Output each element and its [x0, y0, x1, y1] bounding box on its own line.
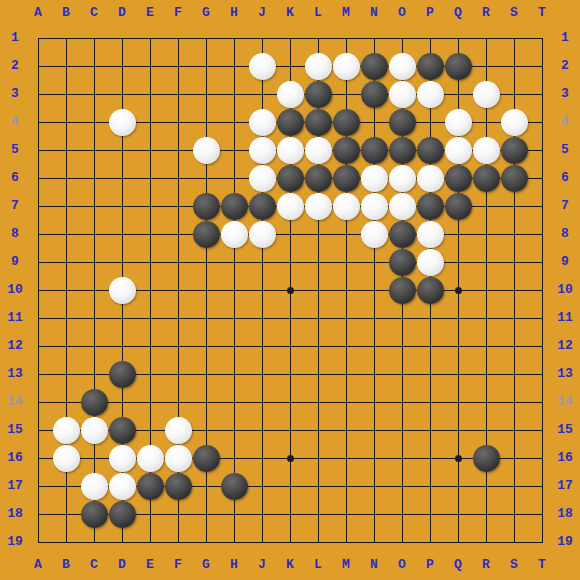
intersection-N9[interactable]	[360, 248, 388, 276]
intersection-N14[interactable]	[360, 388, 388, 416]
intersection-E4[interactable]	[136, 108, 164, 136]
intersection-C14[interactable]	[80, 388, 108, 416]
intersection-T8[interactable]	[528, 220, 556, 248]
intersection-T1[interactable]	[528, 24, 556, 52]
intersection-A18[interactable]	[24, 500, 52, 528]
intersection-F19[interactable]	[164, 528, 192, 556]
intersection-Q2[interactable]	[444, 52, 472, 80]
intersection-F11[interactable]	[164, 304, 192, 332]
intersection-D18[interactable]	[108, 500, 136, 528]
intersection-Q15[interactable]	[444, 416, 472, 444]
intersection-T4[interactable]	[528, 108, 556, 136]
intersection-B14[interactable]	[52, 388, 80, 416]
intersection-N13[interactable]	[360, 360, 388, 388]
intersection-H3[interactable]	[220, 80, 248, 108]
intersection-D17[interactable]	[108, 472, 136, 500]
intersection-R18[interactable]	[472, 500, 500, 528]
intersection-F10[interactable]	[164, 276, 192, 304]
intersection-N2[interactable]	[360, 52, 388, 80]
intersection-T5[interactable]	[528, 136, 556, 164]
intersection-R11[interactable]	[472, 304, 500, 332]
intersection-O11[interactable]	[388, 304, 416, 332]
intersection-A19[interactable]	[24, 528, 52, 556]
intersection-A12[interactable]	[24, 332, 52, 360]
intersection-D3[interactable]	[108, 80, 136, 108]
intersection-D13[interactable]	[108, 360, 136, 388]
intersection-K1[interactable]	[276, 24, 304, 52]
intersection-B2[interactable]	[52, 52, 80, 80]
intersection-Q11[interactable]	[444, 304, 472, 332]
intersection-T18[interactable]	[528, 500, 556, 528]
intersection-D19[interactable]	[108, 528, 136, 556]
intersection-N19[interactable]	[360, 528, 388, 556]
intersection-H18[interactable]	[220, 500, 248, 528]
intersection-B4[interactable]	[52, 108, 80, 136]
intersection-M3[interactable]	[332, 80, 360, 108]
intersection-B3[interactable]	[52, 80, 80, 108]
intersection-L5[interactable]	[304, 136, 332, 164]
intersection-E18[interactable]	[136, 500, 164, 528]
intersection-D8[interactable]	[108, 220, 136, 248]
intersection-G17[interactable]	[192, 472, 220, 500]
intersection-C5[interactable]	[80, 136, 108, 164]
intersection-H17[interactable]	[220, 472, 248, 500]
intersection-O10[interactable]	[388, 276, 416, 304]
intersection-G12[interactable]	[192, 332, 220, 360]
intersection-P3[interactable]	[416, 80, 444, 108]
intersection-D9[interactable]	[108, 248, 136, 276]
intersection-M1[interactable]	[332, 24, 360, 52]
intersection-A7[interactable]	[24, 192, 52, 220]
intersection-M5[interactable]	[332, 136, 360, 164]
intersection-M4[interactable]	[332, 108, 360, 136]
intersection-F4[interactable]	[164, 108, 192, 136]
intersection-S12[interactable]	[500, 332, 528, 360]
intersection-O14[interactable]	[388, 388, 416, 416]
intersection-F2[interactable]	[164, 52, 192, 80]
intersection-N8[interactable]	[360, 220, 388, 248]
intersection-E8[interactable]	[136, 220, 164, 248]
intersection-N6[interactable]	[360, 164, 388, 192]
intersection-Q5[interactable]	[444, 136, 472, 164]
intersection-K17[interactable]	[276, 472, 304, 500]
intersection-L10[interactable]	[304, 276, 332, 304]
intersection-K14[interactable]	[276, 388, 304, 416]
intersection-G3[interactable]	[192, 80, 220, 108]
intersection-T2[interactable]	[528, 52, 556, 80]
intersection-C4[interactable]	[80, 108, 108, 136]
intersection-B12[interactable]	[52, 332, 80, 360]
intersection-C19[interactable]	[80, 528, 108, 556]
intersection-J9[interactable]	[248, 248, 276, 276]
intersection-S7[interactable]	[500, 192, 528, 220]
intersection-O16[interactable]	[388, 444, 416, 472]
intersection-B18[interactable]	[52, 500, 80, 528]
intersection-T6[interactable]	[528, 164, 556, 192]
intersection-A17[interactable]	[24, 472, 52, 500]
intersection-S2[interactable]	[500, 52, 528, 80]
intersection-Q6[interactable]	[444, 164, 472, 192]
intersection-P14[interactable]	[416, 388, 444, 416]
intersection-K4[interactable]	[276, 108, 304, 136]
intersection-J7[interactable]	[248, 192, 276, 220]
intersection-Q7[interactable]	[444, 192, 472, 220]
intersection-K8[interactable]	[276, 220, 304, 248]
intersection-N11[interactable]	[360, 304, 388, 332]
intersection-H12[interactable]	[220, 332, 248, 360]
intersection-K16[interactable]	[276, 444, 304, 472]
intersection-F13[interactable]	[164, 360, 192, 388]
intersection-P8[interactable]	[416, 220, 444, 248]
intersection-C7[interactable]	[80, 192, 108, 220]
intersection-M16[interactable]	[332, 444, 360, 472]
intersection-L19[interactable]	[304, 528, 332, 556]
intersection-T15[interactable]	[528, 416, 556, 444]
intersection-O13[interactable]	[388, 360, 416, 388]
intersection-O18[interactable]	[388, 500, 416, 528]
intersection-H6[interactable]	[220, 164, 248, 192]
intersection-C9[interactable]	[80, 248, 108, 276]
intersection-O17[interactable]	[388, 472, 416, 500]
intersection-F6[interactable]	[164, 164, 192, 192]
intersection-N18[interactable]	[360, 500, 388, 528]
intersection-M2[interactable]	[332, 52, 360, 80]
intersection-R2[interactable]	[472, 52, 500, 80]
intersection-G18[interactable]	[192, 500, 220, 528]
intersection-F9[interactable]	[164, 248, 192, 276]
intersection-T3[interactable]	[528, 80, 556, 108]
intersection-O9[interactable]	[388, 248, 416, 276]
intersection-R12[interactable]	[472, 332, 500, 360]
intersection-L7[interactable]	[304, 192, 332, 220]
intersection-R14[interactable]	[472, 388, 500, 416]
intersection-Q9[interactable]	[444, 248, 472, 276]
intersection-D10[interactable]	[108, 276, 136, 304]
intersection-A9[interactable]	[24, 248, 52, 276]
intersection-A1[interactable]	[24, 24, 52, 52]
intersection-F16[interactable]	[164, 444, 192, 472]
intersection-A5[interactable]	[24, 136, 52, 164]
intersection-T11[interactable]	[528, 304, 556, 332]
intersection-N15[interactable]	[360, 416, 388, 444]
intersection-H16[interactable]	[220, 444, 248, 472]
intersection-Q3[interactable]	[444, 80, 472, 108]
intersection-P18[interactable]	[416, 500, 444, 528]
intersection-F3[interactable]	[164, 80, 192, 108]
intersection-F1[interactable]	[164, 24, 192, 52]
intersection-Q13[interactable]	[444, 360, 472, 388]
intersection-M19[interactable]	[332, 528, 360, 556]
intersection-C2[interactable]	[80, 52, 108, 80]
intersection-R6[interactable]	[472, 164, 500, 192]
intersection-S15[interactable]	[500, 416, 528, 444]
intersection-D14[interactable]	[108, 388, 136, 416]
intersection-K13[interactable]	[276, 360, 304, 388]
intersection-J12[interactable]	[248, 332, 276, 360]
intersection-A6[interactable]	[24, 164, 52, 192]
intersection-B17[interactable]	[52, 472, 80, 500]
intersection-J15[interactable]	[248, 416, 276, 444]
intersection-B1[interactable]	[52, 24, 80, 52]
intersection-B6[interactable]	[52, 164, 80, 192]
intersection-H19[interactable]	[220, 528, 248, 556]
intersection-L14[interactable]	[304, 388, 332, 416]
intersection-E19[interactable]	[136, 528, 164, 556]
intersection-M7[interactable]	[332, 192, 360, 220]
intersection-L11[interactable]	[304, 304, 332, 332]
intersection-G13[interactable]	[192, 360, 220, 388]
intersection-P9[interactable]	[416, 248, 444, 276]
intersection-C1[interactable]	[80, 24, 108, 52]
intersection-H9[interactable]	[220, 248, 248, 276]
intersection-E2[interactable]	[136, 52, 164, 80]
intersection-Q14[interactable]	[444, 388, 472, 416]
intersection-A3[interactable]	[24, 80, 52, 108]
intersection-M18[interactable]	[332, 500, 360, 528]
intersection-N16[interactable]	[360, 444, 388, 472]
intersection-S11[interactable]	[500, 304, 528, 332]
intersection-E14[interactable]	[136, 388, 164, 416]
intersection-H10[interactable]	[220, 276, 248, 304]
intersection-R10[interactable]	[472, 276, 500, 304]
intersection-P13[interactable]	[416, 360, 444, 388]
intersection-L15[interactable]	[304, 416, 332, 444]
intersection-O3[interactable]	[388, 80, 416, 108]
intersection-R1[interactable]	[472, 24, 500, 52]
intersection-B5[interactable]	[52, 136, 80, 164]
intersection-D1[interactable]	[108, 24, 136, 52]
intersection-S5[interactable]	[500, 136, 528, 164]
intersection-G16[interactable]	[192, 444, 220, 472]
intersection-C13[interactable]	[80, 360, 108, 388]
intersection-K6[interactable]	[276, 164, 304, 192]
intersection-T19[interactable]	[528, 528, 556, 556]
intersection-O8[interactable]	[388, 220, 416, 248]
intersection-Q18[interactable]	[444, 500, 472, 528]
intersection-N4[interactable]	[360, 108, 388, 136]
intersection-S10[interactable]	[500, 276, 528, 304]
intersection-Q4[interactable]	[444, 108, 472, 136]
intersection-C11[interactable]	[80, 304, 108, 332]
intersection-M15[interactable]	[332, 416, 360, 444]
intersection-B11[interactable]	[52, 304, 80, 332]
intersection-S6[interactable]	[500, 164, 528, 192]
intersection-C8[interactable]	[80, 220, 108, 248]
intersection-F14[interactable]	[164, 388, 192, 416]
intersection-C15[interactable]	[80, 416, 108, 444]
intersection-G6[interactable]	[192, 164, 220, 192]
intersection-R8[interactable]	[472, 220, 500, 248]
intersection-J18[interactable]	[248, 500, 276, 528]
intersection-O2[interactable]	[388, 52, 416, 80]
intersection-P5[interactable]	[416, 136, 444, 164]
intersection-J4[interactable]	[248, 108, 276, 136]
intersection-T10[interactable]	[528, 276, 556, 304]
intersection-T17[interactable]	[528, 472, 556, 500]
intersection-N3[interactable]	[360, 80, 388, 108]
intersection-D6[interactable]	[108, 164, 136, 192]
intersection-D12[interactable]	[108, 332, 136, 360]
intersection-B15[interactable]	[52, 416, 80, 444]
intersection-E11[interactable]	[136, 304, 164, 332]
intersection-K7[interactable]	[276, 192, 304, 220]
intersection-E16[interactable]	[136, 444, 164, 472]
intersection-O4[interactable]	[388, 108, 416, 136]
intersection-J5[interactable]	[248, 136, 276, 164]
intersection-C18[interactable]	[80, 500, 108, 528]
intersection-B13[interactable]	[52, 360, 80, 388]
intersection-P15[interactable]	[416, 416, 444, 444]
intersection-O12[interactable]	[388, 332, 416, 360]
intersection-D16[interactable]	[108, 444, 136, 472]
intersection-D7[interactable]	[108, 192, 136, 220]
intersection-K15[interactable]	[276, 416, 304, 444]
intersection-K10[interactable]	[276, 276, 304, 304]
intersection-T16[interactable]	[528, 444, 556, 472]
intersection-N12[interactable]	[360, 332, 388, 360]
intersection-G1[interactable]	[192, 24, 220, 52]
intersection-R9[interactable]	[472, 248, 500, 276]
intersection-F17[interactable]	[164, 472, 192, 500]
intersection-D2[interactable]	[108, 52, 136, 80]
intersection-K18[interactable]	[276, 500, 304, 528]
intersection-T9[interactable]	[528, 248, 556, 276]
intersection-E7[interactable]	[136, 192, 164, 220]
intersection-D5[interactable]	[108, 136, 136, 164]
intersection-S13[interactable]	[500, 360, 528, 388]
intersection-C6[interactable]	[80, 164, 108, 192]
intersection-H13[interactable]	[220, 360, 248, 388]
intersection-T13[interactable]	[528, 360, 556, 388]
intersection-D4[interactable]	[108, 108, 136, 136]
intersection-H1[interactable]	[220, 24, 248, 52]
intersection-F18[interactable]	[164, 500, 192, 528]
intersection-L3[interactable]	[304, 80, 332, 108]
intersection-S17[interactable]	[500, 472, 528, 500]
intersection-R4[interactable]	[472, 108, 500, 136]
intersection-S8[interactable]	[500, 220, 528, 248]
intersection-R5[interactable]	[472, 136, 500, 164]
intersection-A8[interactable]	[24, 220, 52, 248]
intersection-Q19[interactable]	[444, 528, 472, 556]
intersection-G7[interactable]	[192, 192, 220, 220]
intersection-G2[interactable]	[192, 52, 220, 80]
intersection-H14[interactable]	[220, 388, 248, 416]
intersection-T7[interactable]	[528, 192, 556, 220]
intersection-K2[interactable]	[276, 52, 304, 80]
intersection-J17[interactable]	[248, 472, 276, 500]
intersection-G11[interactable]	[192, 304, 220, 332]
intersection-Q12[interactable]	[444, 332, 472, 360]
intersection-C16[interactable]	[80, 444, 108, 472]
intersection-A13[interactable]	[24, 360, 52, 388]
intersection-M10[interactable]	[332, 276, 360, 304]
intersection-G9[interactable]	[192, 248, 220, 276]
intersection-N5[interactable]	[360, 136, 388, 164]
intersection-F7[interactable]	[164, 192, 192, 220]
intersection-L8[interactable]	[304, 220, 332, 248]
intersection-B16[interactable]	[52, 444, 80, 472]
intersection-F8[interactable]	[164, 220, 192, 248]
intersection-S9[interactable]	[500, 248, 528, 276]
intersection-E9[interactable]	[136, 248, 164, 276]
intersection-A11[interactable]	[24, 304, 52, 332]
intersection-K3[interactable]	[276, 80, 304, 108]
intersection-E15[interactable]	[136, 416, 164, 444]
intersection-Q17[interactable]	[444, 472, 472, 500]
intersection-E12[interactable]	[136, 332, 164, 360]
intersection-G10[interactable]	[192, 276, 220, 304]
intersection-E1[interactable]	[136, 24, 164, 52]
intersection-R15[interactable]	[472, 416, 500, 444]
intersection-L6[interactable]	[304, 164, 332, 192]
intersection-P12[interactable]	[416, 332, 444, 360]
intersection-G8[interactable]	[192, 220, 220, 248]
intersection-Q8[interactable]	[444, 220, 472, 248]
intersection-M6[interactable]	[332, 164, 360, 192]
intersection-N7[interactable]	[360, 192, 388, 220]
intersection-H15[interactable]	[220, 416, 248, 444]
intersection-L13[interactable]	[304, 360, 332, 388]
intersection-S1[interactable]	[500, 24, 528, 52]
intersection-E6[interactable]	[136, 164, 164, 192]
intersection-O6[interactable]	[388, 164, 416, 192]
intersection-J11[interactable]	[248, 304, 276, 332]
intersection-J16[interactable]	[248, 444, 276, 472]
intersection-J19[interactable]	[248, 528, 276, 556]
intersection-N1[interactable]	[360, 24, 388, 52]
intersection-S14[interactable]	[500, 388, 528, 416]
intersection-H5[interactable]	[220, 136, 248, 164]
intersection-C17[interactable]	[80, 472, 108, 500]
intersection-B19[interactable]	[52, 528, 80, 556]
intersection-D15[interactable]	[108, 416, 136, 444]
intersection-A10[interactable]	[24, 276, 52, 304]
intersection-S19[interactable]	[500, 528, 528, 556]
intersection-L18[interactable]	[304, 500, 332, 528]
intersection-G4[interactable]	[192, 108, 220, 136]
intersection-J6[interactable]	[248, 164, 276, 192]
intersection-F15[interactable]	[164, 416, 192, 444]
intersection-P16[interactable]	[416, 444, 444, 472]
intersection-S16[interactable]	[500, 444, 528, 472]
intersection-J10[interactable]	[248, 276, 276, 304]
intersection-P4[interactable]	[416, 108, 444, 136]
intersection-E5[interactable]	[136, 136, 164, 164]
intersection-P2[interactable]	[416, 52, 444, 80]
intersection-N10[interactable]	[360, 276, 388, 304]
intersection-B7[interactable]	[52, 192, 80, 220]
intersection-L16[interactable]	[304, 444, 332, 472]
intersection-Q1[interactable]	[444, 24, 472, 52]
intersection-K9[interactable]	[276, 248, 304, 276]
intersection-C12[interactable]	[80, 332, 108, 360]
intersection-G15[interactable]	[192, 416, 220, 444]
intersection-Q16[interactable]	[444, 444, 472, 472]
intersection-M8[interactable]	[332, 220, 360, 248]
intersection-S3[interactable]	[500, 80, 528, 108]
intersection-B10[interactable]	[52, 276, 80, 304]
intersection-O5[interactable]	[388, 136, 416, 164]
intersection-B8[interactable]	[52, 220, 80, 248]
intersection-R17[interactable]	[472, 472, 500, 500]
intersection-H2[interactable]	[220, 52, 248, 80]
intersection-F5[interactable]	[164, 136, 192, 164]
intersection-M17[interactable]	[332, 472, 360, 500]
intersection-L12[interactable]	[304, 332, 332, 360]
intersection-L1[interactable]	[304, 24, 332, 52]
intersection-H7[interactable]	[220, 192, 248, 220]
